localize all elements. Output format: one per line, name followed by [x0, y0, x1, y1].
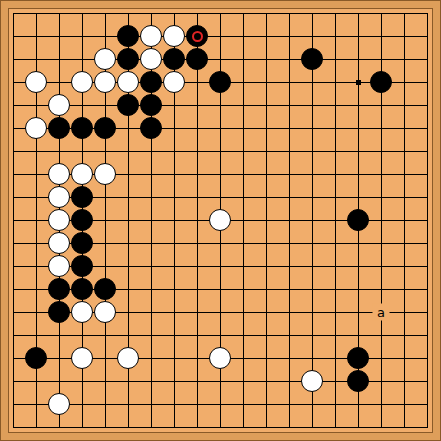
- white-stone: [140, 25, 162, 47]
- white-stone: [94, 48, 116, 70]
- white-stone: [301, 370, 323, 392]
- go-board: a: [0, 0, 441, 441]
- white-stone: [71, 347, 93, 369]
- white-stone: [209, 347, 231, 369]
- star-point: [356, 80, 361, 85]
- black-stone: [301, 48, 323, 70]
- black-stone: [94, 117, 116, 139]
- black-stone: [370, 71, 392, 93]
- black-stone: [186, 48, 208, 70]
- white-stone: [71, 301, 93, 323]
- black-stone: [94, 278, 116, 300]
- black-stone: [163, 48, 185, 70]
- white-stone: [25, 117, 47, 139]
- black-stone: [117, 25, 139, 47]
- white-stone: [163, 25, 185, 47]
- white-stone: [48, 209, 70, 231]
- black-stone: [48, 278, 70, 300]
- black-stone: [48, 117, 70, 139]
- white-stone: [71, 71, 93, 93]
- black-stone: [186, 25, 208, 47]
- white-stone: [94, 163, 116, 185]
- black-stone: [48, 301, 70, 323]
- point-label-a: a: [373, 304, 390, 321]
- white-stone: [48, 163, 70, 185]
- black-stone: [347, 347, 369, 369]
- last-move-circle-marker: [192, 31, 203, 42]
- black-stone: [71, 117, 93, 139]
- black-stone: [71, 255, 93, 277]
- black-stone: [140, 71, 162, 93]
- black-stone: [25, 347, 47, 369]
- white-stone: [94, 71, 116, 93]
- white-stone: [48, 393, 70, 415]
- black-stone: [347, 209, 369, 231]
- black-stone: [347, 370, 369, 392]
- white-stone: [94, 301, 116, 323]
- black-stone: [140, 94, 162, 116]
- black-stone: [71, 278, 93, 300]
- white-stone: [209, 209, 231, 231]
- black-stone: [117, 48, 139, 70]
- black-stone: [209, 71, 231, 93]
- black-stone: [71, 232, 93, 254]
- black-stone: [71, 186, 93, 208]
- white-stone: [71, 163, 93, 185]
- white-stone: [25, 71, 47, 93]
- black-stone: [71, 209, 93, 231]
- black-stone: [140, 117, 162, 139]
- white-stone: [48, 232, 70, 254]
- white-stone: [117, 71, 139, 93]
- white-stone: [48, 94, 70, 116]
- white-stone: [48, 186, 70, 208]
- black-stone: [117, 94, 139, 116]
- white-stone: [140, 48, 162, 70]
- white-stone: [48, 255, 70, 277]
- white-stone: [117, 347, 139, 369]
- white-stone: [163, 71, 185, 93]
